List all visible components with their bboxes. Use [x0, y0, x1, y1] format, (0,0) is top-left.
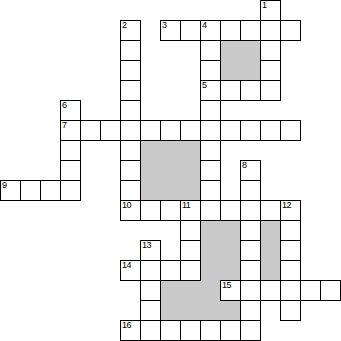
cell-r2c6[interactable] [120, 40, 141, 61]
cell-r5c6[interactable] [120, 100, 141, 121]
cell-r16c9[interactable] [180, 320, 201, 341]
cell-r4c11[interactable] [220, 80, 241, 101]
cell-r4c13[interactable] [260, 80, 281, 101]
cell-r11c12[interactable] [240, 220, 261, 241]
cell-r1c11[interactable] [220, 20, 241, 41]
blocked-cell-r14c8 [160, 280, 181, 301]
blocked-cell-r11c10 [200, 220, 221, 241]
blocked-cell-r15c10 [200, 300, 221, 321]
blocked-cell-r15c11 [220, 300, 241, 321]
cell-r14c14[interactable] [280, 280, 301, 301]
blocked-cell-r3c12 [240, 60, 261, 81]
cell-r10c7[interactable] [140, 200, 161, 221]
cell-r12c12[interactable] [240, 240, 261, 261]
cell-r7c10[interactable] [200, 140, 221, 161]
blocked-cell-r12c10 [200, 240, 221, 261]
clue-number-7: 7 [62, 120, 67, 130]
cell-r9c12[interactable] [240, 180, 261, 201]
cell-r2c13[interactable] [260, 40, 281, 61]
cell-r13c6[interactable]: 14 [120, 260, 141, 281]
blocked-cell-r13c10 [200, 260, 221, 281]
clue-number-3: 3 [162, 20, 167, 30]
cell-r13c7[interactable] [140, 260, 161, 281]
cell-r11c14[interactable] [280, 220, 301, 241]
cell-r13c12[interactable] [240, 260, 261, 281]
cell-r16c6[interactable]: 16 [120, 320, 141, 341]
cell-r1c14[interactable] [280, 20, 301, 41]
cell-r16c8[interactable] [160, 320, 181, 341]
clue-number-2: 2 [122, 20, 127, 30]
cell-r14c16[interactable] [320, 280, 341, 301]
cell-r10c11[interactable] [220, 200, 241, 221]
cell-r15c12[interactable] [240, 300, 261, 321]
cell-r5c10[interactable] [200, 100, 221, 121]
clue-number-12: 12 [282, 200, 291, 210]
cell-r13c8[interactable] [160, 260, 181, 281]
cell-r4c12[interactable] [240, 80, 261, 101]
cell-r8c10[interactable] [200, 160, 221, 181]
cell-r14c13[interactable] [260, 280, 281, 301]
cell-r9c1[interactable] [20, 180, 41, 201]
cell-r10c13[interactable] [260, 200, 281, 221]
cell-r14c7[interactable] [140, 280, 161, 301]
clue-number-8: 8 [242, 160, 247, 170]
cell-r6c13[interactable] [260, 120, 281, 141]
cell-r4c6[interactable] [120, 80, 141, 101]
clue-number-10: 10 [122, 200, 131, 210]
blocked-cell-r14c10 [200, 280, 221, 301]
blocked-cell-r13c13 [260, 260, 281, 281]
cell-r9c10[interactable] [200, 180, 221, 201]
cell-r6c11[interactable] [220, 120, 241, 141]
crossword-board: 12345678910111213141516 [0, 0, 340, 340]
cell-r15c14[interactable] [280, 300, 301, 321]
cell-r1c12[interactable] [240, 20, 261, 41]
blocked-cell-r11c11 [220, 220, 241, 241]
cell-r10c6[interactable]: 10 [120, 200, 141, 221]
cell-r1c6[interactable]: 2 [120, 20, 141, 41]
cell-r6c4[interactable] [80, 120, 101, 141]
blocked-cell-r2c11 [220, 40, 241, 61]
cell-r14c15[interactable] [300, 280, 321, 301]
cell-r10c10[interactable] [200, 200, 221, 221]
blocked-cell-r14c9 [180, 280, 201, 301]
clue-number-1: 1 [262, 0, 267, 10]
clue-number-15: 15 [222, 280, 231, 290]
cell-r16c12[interactable] [240, 320, 261, 341]
cell-r14c12[interactable] [240, 280, 261, 301]
cell-r10c12[interactable] [240, 200, 261, 221]
blocked-cell-r15c9 [180, 300, 201, 321]
crossword-page: 12345678910111213141516 [0, 0, 341, 341]
blocked-cell-r12c13 [260, 240, 281, 261]
cell-r5c3[interactable]: 6 [60, 100, 81, 121]
cell-r8c3[interactable] [60, 160, 81, 181]
cell-r6c6[interactable] [120, 120, 141, 141]
cell-r9c0[interactable]: 9 [0, 180, 21, 201]
cell-r7c6[interactable] [120, 140, 141, 161]
blocked-cell-r7c9 [180, 140, 201, 161]
cell-r1c10[interactable]: 4 [200, 20, 221, 41]
blocked-cell-r8c8 [160, 160, 181, 181]
cell-r8c6[interactable] [120, 160, 141, 181]
cell-r3c10[interactable] [200, 60, 221, 81]
cell-r13c14[interactable] [280, 260, 301, 281]
blocked-cell-r15c8 [160, 300, 181, 321]
blocked-cell-r3c11 [220, 60, 241, 81]
blocked-cell-r7c7 [140, 140, 161, 161]
cell-r0c13[interactable]: 1 [260, 0, 281, 21]
clue-number-4: 4 [202, 20, 207, 30]
cell-r12c7[interactable]: 13 [140, 240, 161, 261]
blocked-cell-r9c8 [160, 180, 181, 201]
cell-r11c9[interactable] [180, 220, 201, 241]
cell-r12c14[interactable] [280, 240, 301, 261]
blocked-cell-r9c7 [140, 180, 161, 201]
cell-r9c6[interactable] [120, 180, 141, 201]
blocked-cell-r9c9 [180, 180, 201, 201]
cell-r1c13[interactable] [260, 20, 281, 41]
cell-r1c9[interactable] [180, 20, 201, 41]
cell-r2c10[interactable] [200, 40, 221, 61]
cell-r10c9[interactable]: 11 [180, 200, 201, 221]
cell-r15c7[interactable] [140, 300, 161, 321]
clue-number-16: 16 [122, 320, 131, 330]
blocked-cell-r8c7 [140, 160, 161, 181]
blocked-cell-r12c11 [220, 240, 241, 261]
cell-r6c9[interactable] [180, 120, 201, 141]
cell-r3c13[interactable] [260, 60, 281, 81]
cell-r16c10[interactable] [200, 320, 221, 341]
cell-r10c8[interactable] [160, 200, 181, 221]
cell-r9c2[interactable] [40, 180, 61, 201]
cell-r16c7[interactable] [140, 320, 161, 341]
cell-r6c3[interactable]: 7 [60, 120, 81, 141]
cell-r4c10[interactable]: 5 [200, 80, 221, 101]
cell-r16c11[interactable] [220, 320, 241, 341]
cell-r14c11[interactable]: 15 [220, 280, 241, 301]
blocked-cell-r7c8 [160, 140, 181, 161]
clue-number-11: 11 [182, 200, 190, 210]
blocked-cell-r11c13 [260, 220, 281, 241]
cell-r6c7[interactable] [140, 120, 161, 141]
cell-r6c5[interactable] [100, 120, 121, 141]
cell-r6c14[interactable] [280, 120, 301, 141]
clue-number-13: 13 [142, 240, 151, 250]
cell-r8c12[interactable]: 8 [240, 160, 261, 181]
clue-number-14: 14 [122, 260, 131, 270]
clue-number-9: 9 [2, 180, 7, 190]
cell-r3c6[interactable] [120, 60, 141, 81]
blocked-cell-r2c12 [240, 40, 261, 61]
cell-r9c3[interactable] [60, 180, 81, 201]
cell-r12c9[interactable] [180, 240, 201, 261]
clue-number-6: 6 [62, 100, 67, 110]
blocked-cell-r13c11 [220, 260, 241, 281]
cell-r13c9[interactable] [180, 260, 201, 281]
clue-number-5: 5 [202, 80, 207, 90]
cell-r1c8[interactable]: 3 [160, 20, 181, 41]
blocked-cell-r8c9 [180, 160, 201, 181]
cell-r6c12[interactable] [240, 120, 261, 141]
cell-r6c8[interactable] [160, 120, 181, 141]
cell-r6c10[interactable] [200, 120, 221, 141]
cell-r10c14[interactable]: 12 [280, 200, 301, 221]
cell-r7c3[interactable] [60, 140, 81, 161]
